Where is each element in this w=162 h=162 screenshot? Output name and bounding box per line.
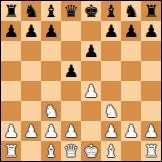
square-h1[interactable]: ♜ xyxy=(141,141,161,161)
square-b7[interactable]: ♟ xyxy=(21,21,41,41)
square-g1[interactable] xyxy=(121,141,141,161)
square-e6[interactable]: ♟ xyxy=(81,41,101,61)
piece-black-pawn: ♟ xyxy=(123,21,138,41)
square-g6[interactable] xyxy=(121,41,141,61)
square-f4[interactable] xyxy=(101,81,121,101)
piece-white-king: ♚ xyxy=(83,141,98,161)
square-b1[interactable] xyxy=(21,141,41,161)
square-d1[interactable]: ♛ xyxy=(61,141,81,161)
square-a4[interactable] xyxy=(1,81,21,101)
square-b5[interactable] xyxy=(21,61,41,81)
square-f3[interactable]: ♞ xyxy=(101,101,121,121)
square-e3[interactable] xyxy=(81,101,101,121)
piece-white-pawn: ♟ xyxy=(3,121,18,141)
piece-white-pawn: ♟ xyxy=(63,121,78,141)
piece-black-pawn: ♟ xyxy=(3,21,18,41)
square-b3[interactable] xyxy=(21,101,41,121)
square-e8[interactable]: ♚ xyxy=(81,1,101,21)
piece-black-pawn: ♟ xyxy=(143,21,158,41)
square-g5[interactable] xyxy=(121,61,141,81)
square-f5[interactable] xyxy=(101,61,121,81)
square-e1[interactable]: ♚ xyxy=(81,141,101,161)
square-e5[interactable] xyxy=(81,61,101,81)
square-d6[interactable] xyxy=(61,41,81,61)
square-c5[interactable] xyxy=(41,61,61,81)
square-g3[interactable] xyxy=(121,101,141,121)
square-a6[interactable] xyxy=(1,41,21,61)
piece-white-pawn: ♟ xyxy=(83,81,98,101)
piece-black-pawn: ♟ xyxy=(83,41,98,61)
square-h5[interactable] xyxy=(141,61,161,81)
square-h4[interactable] xyxy=(141,81,161,101)
square-h2[interactable]: ♟ xyxy=(141,121,161,141)
square-c4[interactable] xyxy=(41,81,61,101)
square-a3[interactable] xyxy=(1,101,21,121)
chess-board: ♜♞♝♛♚♝♞♜♟♟♟♟♟♟♟♟♟♞♞♟♟♟♟♟♟♟♜♝♛♚♝♜ xyxy=(0,0,162,162)
square-f8[interactable]: ♝ xyxy=(101,1,121,21)
square-f6[interactable] xyxy=(101,41,121,61)
square-b6[interactable] xyxy=(21,41,41,61)
piece-black-knight: ♞ xyxy=(23,1,38,21)
square-f7[interactable]: ♟ xyxy=(101,21,121,41)
square-b8[interactable]: ♞ xyxy=(21,1,41,21)
square-d8[interactable]: ♛ xyxy=(61,1,81,21)
piece-white-pawn: ♟ xyxy=(43,121,58,141)
square-a7[interactable]: ♟ xyxy=(1,21,21,41)
square-e2[interactable] xyxy=(81,121,101,141)
piece-black-bishop: ♝ xyxy=(43,1,58,21)
square-c2[interactable]: ♟ xyxy=(41,121,61,141)
square-h6[interactable] xyxy=(141,41,161,61)
square-b2[interactable]: ♟ xyxy=(21,121,41,141)
square-d3[interactable] xyxy=(61,101,81,121)
square-b4[interactable] xyxy=(21,81,41,101)
piece-white-knight: ♞ xyxy=(43,101,58,121)
square-a8[interactable]: ♜ xyxy=(1,1,21,21)
square-c6[interactable] xyxy=(41,41,61,61)
piece-black-pawn: ♟ xyxy=(63,61,78,81)
piece-white-rook: ♜ xyxy=(3,141,18,161)
piece-white-pawn: ♟ xyxy=(103,121,118,141)
piece-white-bishop: ♝ xyxy=(103,141,118,161)
piece-black-rook: ♜ xyxy=(3,1,18,21)
square-f1[interactable]: ♝ xyxy=(101,141,121,161)
piece-black-king: ♚ xyxy=(83,1,98,21)
piece-white-pawn: ♟ xyxy=(143,121,158,141)
piece-white-pawn: ♟ xyxy=(123,121,138,141)
square-c3[interactable]: ♞ xyxy=(41,101,61,121)
square-h3[interactable] xyxy=(141,101,161,121)
square-c8[interactable]: ♝ xyxy=(41,1,61,21)
piece-white-knight: ♞ xyxy=(103,101,118,121)
square-f2[interactable]: ♟ xyxy=(101,121,121,141)
piece-black-knight: ♞ xyxy=(123,1,138,21)
piece-white-pawn: ♟ xyxy=(23,121,38,141)
piece-white-bishop: ♝ xyxy=(43,141,58,161)
square-d4[interactable] xyxy=(61,81,81,101)
square-e4[interactable]: ♟ xyxy=(81,81,101,101)
square-a2[interactable]: ♟ xyxy=(1,121,21,141)
piece-black-rook: ♜ xyxy=(143,1,158,21)
piece-black-pawn: ♟ xyxy=(23,21,38,41)
square-e7[interactable] xyxy=(81,21,101,41)
square-h8[interactable]: ♜ xyxy=(141,1,161,21)
square-c1[interactable]: ♝ xyxy=(41,141,61,161)
piece-white-queen: ♛ xyxy=(63,141,78,161)
square-d7[interactable] xyxy=(61,21,81,41)
square-g8[interactable]: ♞ xyxy=(121,1,141,21)
piece-white-rook: ♜ xyxy=(143,141,158,161)
square-h7[interactable]: ♟ xyxy=(141,21,161,41)
piece-black-pawn: ♟ xyxy=(43,21,58,41)
square-g2[interactable]: ♟ xyxy=(121,121,141,141)
square-c7[interactable]: ♟ xyxy=(41,21,61,41)
square-a1[interactable]: ♜ xyxy=(1,141,21,161)
piece-black-queen: ♛ xyxy=(63,1,78,21)
square-a5[interactable] xyxy=(1,61,21,81)
square-d2[interactable]: ♟ xyxy=(61,121,81,141)
square-g4[interactable] xyxy=(121,81,141,101)
square-g7[interactable]: ♟ xyxy=(121,21,141,41)
square-d5[interactable]: ♟ xyxy=(61,61,81,81)
piece-black-pawn: ♟ xyxy=(103,21,118,41)
piece-black-bishop: ♝ xyxy=(103,1,118,21)
